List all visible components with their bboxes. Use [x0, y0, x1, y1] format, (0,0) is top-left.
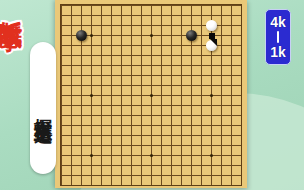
- rank-range-badge: 4k 1k: [265, 9, 291, 65]
- go-board: [55, 0, 247, 188]
- go-board-grid: [60, 4, 242, 186]
- go-stone-black: [76, 30, 88, 42]
- star-point: [90, 94, 93, 97]
- star-point: [150, 154, 153, 157]
- banner-red-vertical-text: 斩断实战恶手: [0, 2, 26, 11]
- banner-white-pill: 探索棋之正道: [30, 42, 56, 174]
- go-stone-black: [186, 30, 198, 42]
- star-point: [210, 154, 213, 157]
- thumbnail-frame: 斩断实战恶手 探索棋之正道 4k 1k: [0, 0, 304, 190]
- rank-badge-divider: [277, 31, 279, 43]
- star-point: [150, 94, 153, 97]
- square-marker: [209, 33, 215, 39]
- banner-pill-vertical-text: 探索棋之正道: [30, 104, 56, 113]
- rank-badge-top: 4k: [270, 15, 286, 29]
- star-point: [90, 154, 93, 157]
- go-stone-white: [206, 20, 218, 32]
- rank-badge-bottom: 1k: [270, 45, 286, 59]
- star-point: [210, 94, 213, 97]
- star-point: [150, 34, 153, 37]
- star-point: [90, 34, 93, 37]
